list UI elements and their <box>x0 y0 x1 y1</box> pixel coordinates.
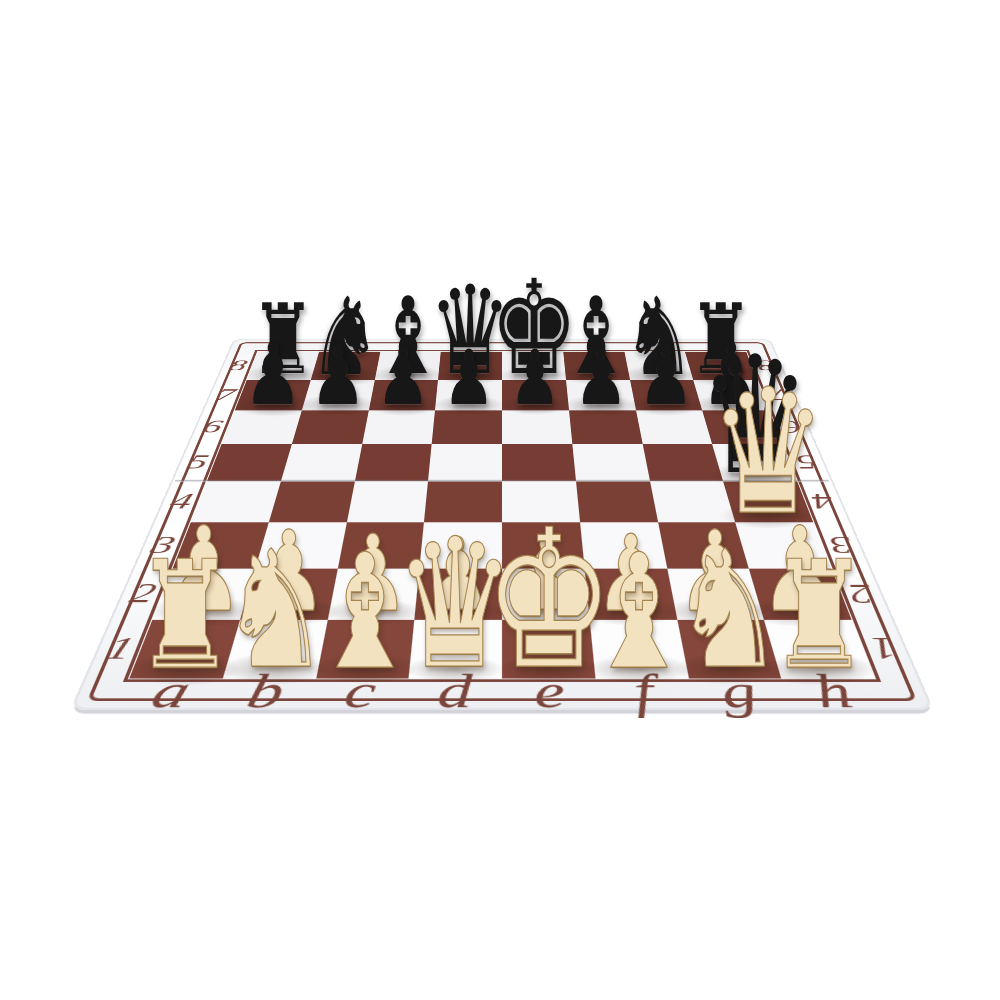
pieces-layer: ♜♞♝♛♚♝♞♜♟♟♟♟♟♟♟♟♛♛♟♟♟♟♟♟♟♟♜♞♝♛♚♝♞♜ <box>0 0 1000 1000</box>
square-d5[interactable] <box>428 444 502 481</box>
chess-product-photo: abcdefgh1122334455667788 ♜♞♝♛♚♝♞♜♟♟♟♟♟♟♟… <box>0 0 1000 1000</box>
square-f5[interactable] <box>572 444 649 481</box>
piece-black-pawn-e7[interactable]: ♟ <box>509 340 561 416</box>
piece-black-pawn-c7[interactable]: ♟ <box>376 337 430 417</box>
square-b5[interactable] <box>281 444 362 481</box>
piece-black-pawn-f7[interactable]: ♟ <box>574 337 628 417</box>
piece-black-pawn-d7[interactable]: ♟ <box>443 340 495 416</box>
square-c5[interactable] <box>355 444 432 481</box>
piece-black-pawn-b7[interactable]: ♟ <box>310 334 367 417</box>
piece-black-pawn-a7[interactable]: ♟ <box>243 331 302 417</box>
piece-black-pawn-g7[interactable]: ♟ <box>638 334 695 417</box>
square-e5[interactable] <box>502 444 576 481</box>
square-a5[interactable] <box>207 444 292 481</box>
piece-white-rook-h1[interactable]: ♜ <box>769 541 871 690</box>
